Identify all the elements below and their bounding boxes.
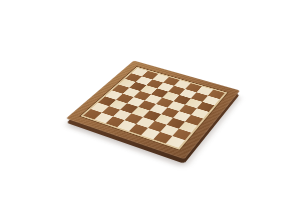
board-frame (66, 61, 240, 160)
product-photo-scene (0, 0, 300, 220)
chess-board (66, 61, 240, 160)
